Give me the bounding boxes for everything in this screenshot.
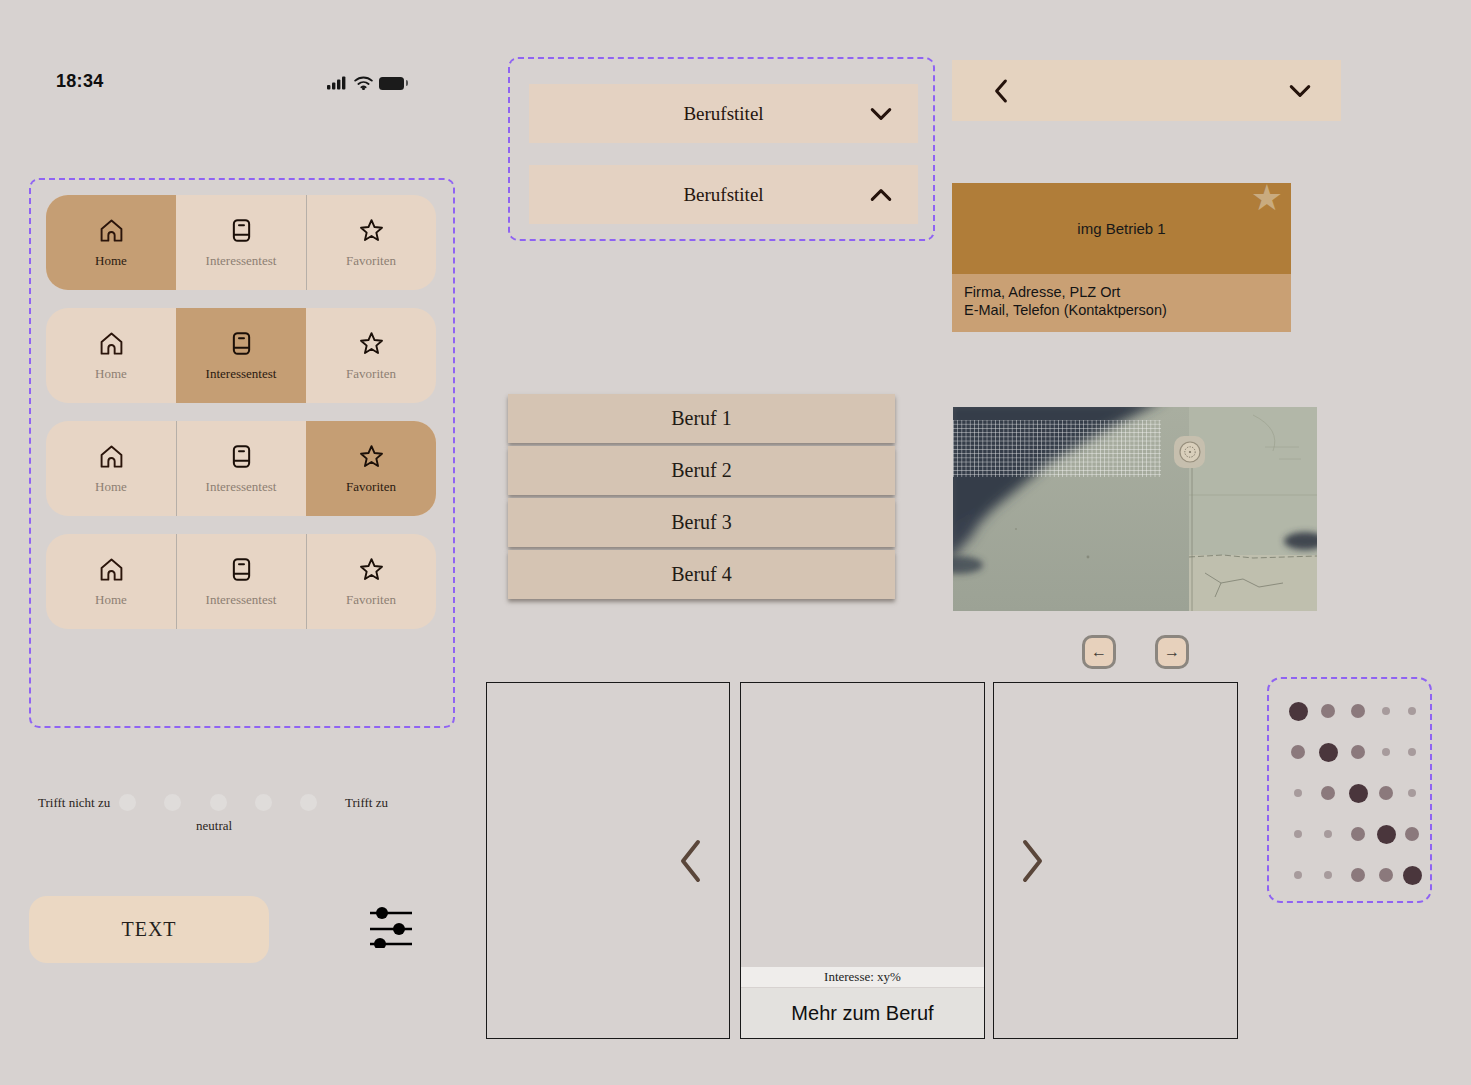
status-time: 18:34 — [56, 71, 104, 92]
matrix-dot — [1403, 866, 1422, 885]
berufstitel-dropdown-collapsed[interactable]: Berufstitel — [529, 84, 918, 143]
beruf-list-item[interactable]: Beruf 2 — [508, 446, 895, 495]
chevron-up-icon — [866, 180, 896, 210]
tab-interessentest[interactable]: Interessentest — [176, 534, 306, 629]
betrieb-info-line2: E-Mail, Telefon (Kontaktperson) — [964, 301, 1279, 319]
beruf-list-item[interactable]: Beruf 4 — [508, 550, 895, 599]
photo-prev-button[interactable]: ← — [1082, 635, 1116, 669]
matrix-dot — [1324, 830, 1332, 838]
filter-sliders-icon[interactable] — [368, 904, 414, 948]
tab-label: Favoriten — [346, 479, 396, 495]
dropdown-demo-frame: Berufstitel Berufstitel — [508, 57, 935, 241]
tab-home[interactable]: Home — [46, 421, 176, 516]
matrix-dot — [1408, 748, 1416, 756]
tab-home[interactable]: Home — [46, 308, 176, 403]
tab-label: Interessentest — [206, 592, 277, 608]
star-icon — [358, 217, 385, 244]
likert-right-label: Trifft zu — [345, 795, 388, 811]
tab-interessentest[interactable]: Interessentest — [176, 308, 306, 403]
career-card-previous — [486, 682, 730, 1039]
photo-next-button[interactable]: → — [1155, 635, 1189, 669]
matrix-dot — [1289, 702, 1308, 721]
arrow-left-icon: ← — [1091, 643, 1107, 661]
interest-strip: Interesse: xy% — [741, 967, 984, 987]
tab-home[interactable]: Home — [46, 195, 176, 290]
back-chevron-left-icon[interactable] — [986, 76, 1016, 106]
likert-option-2[interactable] — [164, 794, 181, 811]
tab-label: Home — [95, 366, 127, 382]
matrix-dot — [1379, 868, 1393, 882]
home-icon — [98, 330, 125, 357]
favorite-star-icon[interactable]: ★ — [1251, 175, 1283, 222]
tab-favoriten[interactable]: Favoriten — [306, 421, 436, 516]
matrix-dot — [1351, 827, 1365, 841]
matrix-dot — [1405, 827, 1419, 841]
tab-label: Favoriten — [346, 253, 396, 269]
beruf-list-item[interactable]: Beruf 1 — [508, 394, 895, 443]
matrix-dot — [1349, 784, 1368, 803]
matrix-dot — [1294, 871, 1302, 879]
matrix-dot — [1382, 748, 1390, 756]
tab-label: Favoriten — [346, 592, 396, 608]
matrix-dot — [1294, 789, 1302, 797]
betrieb-image-placeholder: img Betrieb 1 ★ — [952, 183, 1291, 274]
tab-label: Favoriten — [346, 366, 396, 382]
matrix-dot — [1351, 868, 1365, 882]
matrix-dot — [1321, 786, 1335, 800]
battery-icon — [379, 77, 404, 90]
betrieb-card[interactable]: img Betrieb 1 ★ Firma, Adresse, PLZ Ort … — [952, 183, 1291, 332]
carousel-chevron-right-icon[interactable] — [1020, 838, 1046, 884]
career-card-current: Interesse: xy% Mehr zum Beruf — [740, 682, 985, 1039]
home-icon — [98, 443, 125, 470]
likert-option-3[interactable] — [210, 794, 227, 811]
matrix-dot — [1351, 704, 1365, 718]
status-icons — [327, 76, 404, 90]
carousel-chevron-left-icon[interactable] — [677, 838, 703, 884]
book-icon — [228, 556, 255, 583]
more-zum-beruf-button[interactable]: Mehr zum Beruf — [741, 988, 984, 1038]
book-icon — [228, 217, 255, 244]
dot-matrix — [1267, 677, 1432, 903]
likert-option-1[interactable] — [119, 794, 136, 811]
likert-center-label: neutral — [196, 818, 232, 834]
tab-label: Home — [95, 592, 127, 608]
tab-interessentest[interactable]: Interessentest — [176, 195, 306, 290]
text-button[interactable]: TEXT — [29, 896, 269, 963]
tab-label: Interessentest — [206, 253, 277, 269]
matrix-dot — [1351, 745, 1365, 759]
chevron-down-icon — [866, 99, 896, 129]
matrix-dot — [1377, 825, 1396, 844]
matrix-dot — [1321, 704, 1335, 718]
matrix-dot — [1291, 745, 1305, 759]
tab-home[interactable]: Home — [46, 534, 176, 629]
matrix-dot — [1408, 789, 1416, 797]
tab-favoriten[interactable]: Favoriten — [306, 308, 436, 403]
star-icon — [358, 330, 385, 357]
cellular-signal-icon — [327, 76, 348, 90]
star-icon — [358, 556, 385, 583]
beruf-list: Beruf 1 Beruf 2 Beruf 3 Beruf 4 — [508, 394, 895, 602]
matrix-dot — [1408, 707, 1416, 715]
dropdown-label: Berufstitel — [683, 103, 763, 125]
star-icon — [358, 443, 385, 470]
collapse-chevron-down-icon[interactable] — [1285, 76, 1315, 106]
tab-interessentest[interactable]: Interessentest — [176, 421, 306, 516]
tab-favoriten[interactable]: Favoriten — [306, 534, 436, 629]
book-icon — [228, 443, 255, 470]
tab-label: Home — [95, 253, 127, 269]
tab-bar: Home Interessentest Favoriten — [46, 308, 436, 403]
likert-option-4[interactable] — [255, 794, 272, 811]
likert-option-5[interactable] — [300, 794, 317, 811]
berufstitel-dropdown-expanded[interactable]: Berufstitel — [529, 165, 918, 224]
matrix-dot — [1294, 830, 1302, 838]
dropdown-label: Berufstitel — [683, 184, 763, 206]
tab-label: Interessentest — [206, 366, 277, 382]
tab-label: Home — [95, 479, 127, 495]
design-canvas: 18:34 Home Interessentest — [0, 0, 1471, 1085]
tab-bar: Home Interessentest Favoriten — [46, 195, 436, 290]
betrieb-photo — [953, 407, 1317, 611]
tab-favoriten[interactable]: Favoriten — [306, 195, 436, 290]
matrix-dot — [1324, 871, 1332, 879]
tab-bar: Home Interessentest Favoriten — [46, 421, 436, 516]
career-card-next — [993, 682, 1238, 1039]
matrix-dot — [1382, 707, 1390, 715]
tab-label: Interessentest — [206, 479, 277, 495]
home-icon — [98, 217, 125, 244]
betrieb-info: Firma, Adresse, PLZ Ort E-Mail, Telefon … — [952, 274, 1291, 332]
tab-bar-demo-frame: Home Interessentest Favoriten Home Inter… — [29, 178, 455, 728]
betrieb-image-label: img Betrieb 1 — [1077, 220, 1165, 237]
matrix-dot — [1379, 786, 1393, 800]
book-icon — [228, 330, 255, 357]
detail-header-bar — [952, 60, 1341, 121]
home-icon — [98, 556, 125, 583]
tab-bar: Home Interessentest Favoriten — [46, 534, 436, 629]
arrow-right-icon: → — [1164, 643, 1180, 661]
likert-left-label: Trifft nicht zu — [38, 795, 110, 811]
beruf-list-item[interactable]: Beruf 3 — [508, 498, 895, 547]
wifi-icon — [354, 76, 373, 90]
matrix-dot — [1319, 743, 1338, 762]
betrieb-info-line1: Firma, Adresse, PLZ Ort — [964, 283, 1279, 301]
